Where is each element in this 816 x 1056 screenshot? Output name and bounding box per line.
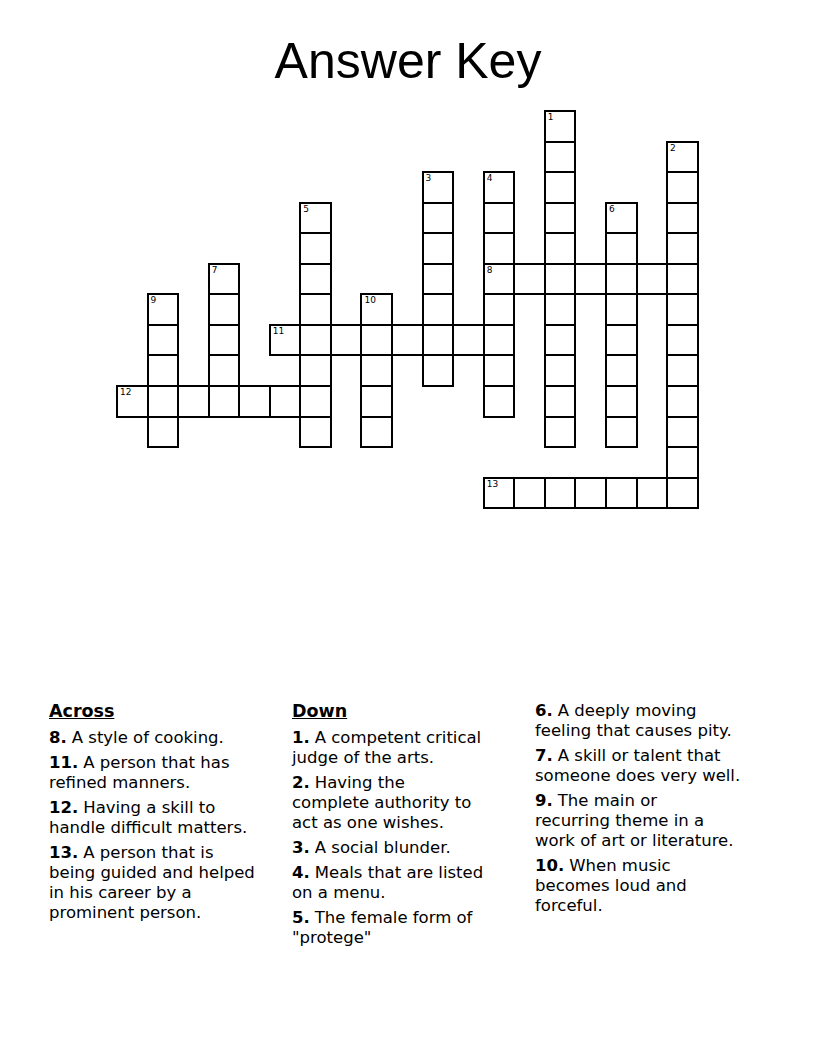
grid-cell[interactable] <box>544 416 577 449</box>
grid-cell[interactable] <box>299 416 332 449</box>
across-clues-column: Across 8.A style of cooking.11.A person … <box>49 701 289 928</box>
grid-cell[interactable]: 3 <box>422 171 455 204</box>
clue-6: 6.A deeply moving feeling that causes pi… <box>535 701 785 741</box>
down-clues-column: Down 1.A competent critical judge of the… <box>292 701 526 953</box>
grid-cell[interactable] <box>483 202 516 235</box>
grid-cell[interactable] <box>605 263 638 296</box>
grid-cell[interactable] <box>544 202 577 235</box>
grid-cell[interactable] <box>208 354 241 387</box>
down-clues-column-continued: 6.A deeply moving feeling that causes pi… <box>535 701 785 921</box>
clue-text: A social blunder. <box>315 838 451 857</box>
clue-3: 3.A social blunder. <box>292 838 526 858</box>
clue-12: 12.Having a skill to handle difficult ma… <box>49 798 289 838</box>
grid-cell[interactable] <box>574 263 607 296</box>
grid-cell[interactable] <box>147 324 180 357</box>
clue-text: A competent critical judge of the arts. <box>292 728 481 767</box>
clue-number: 7 <box>212 265 218 276</box>
clue-number-label: 2. <box>292 773 310 792</box>
grid-cell[interactable] <box>299 232 332 265</box>
clue-number: 12 <box>120 387 131 398</box>
grid-cell[interactable] <box>422 232 455 265</box>
grid-cell[interactable] <box>544 324 577 357</box>
grid-cell[interactable] <box>666 385 699 418</box>
grid-cell[interactable] <box>147 385 180 418</box>
grid-cell[interactable] <box>177 385 210 418</box>
clue-text: The female form of "protege" <box>292 908 472 947</box>
grid-cell[interactable] <box>147 354 180 387</box>
clue-7: 7.A skill or talent that someone does ve… <box>535 746 785 786</box>
clue-number: 9 <box>151 295 157 306</box>
grid-cell[interactable]: 12 <box>116 385 149 418</box>
clue-number-label: 13. <box>49 843 78 862</box>
across-header: Across <box>49 701 289 721</box>
grid-cell[interactable]: 7 <box>208 263 241 296</box>
grid-cell[interactable] <box>483 324 516 357</box>
clue-number-label: 10. <box>535 856 564 875</box>
grid-cell[interactable] <box>513 477 546 510</box>
clue-4: 4.Meals that are listed on a menu. <box>292 863 526 903</box>
grid-cell[interactable] <box>666 324 699 357</box>
grid-cell[interactable] <box>422 354 455 387</box>
grid-cell[interactable] <box>483 385 516 418</box>
grid-cell[interactable] <box>422 263 455 296</box>
grid-cell[interactable] <box>605 477 638 510</box>
grid-cell[interactable] <box>605 385 638 418</box>
grid-cell[interactable] <box>544 141 577 174</box>
clue-8: 8.A style of cooking. <box>49 728 289 748</box>
clue-10: 10.When music becomes loud and forceful. <box>535 856 785 916</box>
grid-cell[interactable] <box>391 324 424 357</box>
clue-9: 9.The main or recurring theme in a work … <box>535 791 785 851</box>
grid-cell[interactable] <box>147 416 180 449</box>
grid-cell[interactable] <box>544 354 577 387</box>
clue-2: 2.Having the complete authority to act a… <box>292 773 526 833</box>
clue-number-label: 5. <box>292 908 310 927</box>
clue-text: Having the complete authority to act as … <box>292 773 471 832</box>
grid-cell[interactable] <box>666 263 699 296</box>
clue-number: 2 <box>670 143 676 154</box>
clue-number-label: 9. <box>535 791 553 810</box>
clue-13: 13.A person that is being guided and hel… <box>49 843 289 923</box>
grid-cell[interactable] <box>605 416 638 449</box>
grid-cell[interactable] <box>422 202 455 235</box>
grid-cell[interactable] <box>666 293 699 326</box>
down-clues-list-continued: 6.A deeply moving feeling that causes pi… <box>535 701 785 916</box>
grid-cell[interactable] <box>544 385 577 418</box>
grid-cell[interactable] <box>544 477 577 510</box>
clue-number: 4 <box>487 173 493 184</box>
grid-cell[interactable] <box>666 202 699 235</box>
grid-cell[interactable]: 11 <box>269 324 302 357</box>
grid-cell[interactable] <box>636 477 669 510</box>
grid-cell[interactable]: 9 <box>147 293 180 326</box>
grid-cell[interactable] <box>360 324 393 357</box>
clue-number-label: 11. <box>49 753 78 772</box>
grid-cell[interactable]: 4 <box>483 171 516 204</box>
clue-number-label: 4. <box>292 863 310 882</box>
clue-text: Having a skill to handle difficult matte… <box>49 798 247 837</box>
clue-text: A skill or talent that someone does very… <box>535 746 740 785</box>
grid-cell[interactable] <box>422 324 455 357</box>
grid-cell[interactable] <box>666 171 699 204</box>
grid-cell[interactable] <box>483 293 516 326</box>
grid-cell[interactable]: 10 <box>360 293 393 326</box>
clue-number: 3 <box>426 173 432 184</box>
clue-text: Meals that are listed on a menu. <box>292 863 483 902</box>
grid-cell[interactable] <box>452 324 485 357</box>
clue-number-label: 3. <box>292 838 310 857</box>
grid-cell[interactable] <box>544 263 577 296</box>
clue-number: 8 <box>487 265 493 276</box>
clue-number: 13 <box>487 479 498 490</box>
clue-number: 10 <box>364 295 375 306</box>
down-header: Down <box>292 701 526 721</box>
grid-cell[interactable] <box>360 354 393 387</box>
grid-cell[interactable] <box>208 293 241 326</box>
grid-cell[interactable] <box>299 385 332 418</box>
grid-cell[interactable] <box>483 232 516 265</box>
clue-number-label: 6. <box>535 701 553 720</box>
grid-cell[interactable]: 1 <box>544 110 577 143</box>
grid-cell[interactable] <box>605 293 638 326</box>
clue-number: 5 <box>303 204 309 215</box>
grid-cell[interactable] <box>299 293 332 326</box>
grid-cell[interactable] <box>483 354 516 387</box>
grid-cell[interactable] <box>360 416 393 449</box>
clue-number-label: 8. <box>49 728 67 747</box>
grid-cell[interactable] <box>544 293 577 326</box>
grid-cell[interactable] <box>299 354 332 387</box>
across-clues-list: 8.A style of cooking.11.A person that ha… <box>49 728 289 923</box>
clue-number-label: 1. <box>292 728 310 747</box>
grid-cell[interactable]: 6 <box>605 202 638 235</box>
grid-cell[interactable] <box>544 171 577 204</box>
grid-cell[interactable] <box>636 263 669 296</box>
grid-cell[interactable] <box>269 385 302 418</box>
grid-cell[interactable] <box>208 324 241 357</box>
grid-cell[interactable] <box>208 385 241 418</box>
clue-number: 6 <box>609 204 615 215</box>
grid-cell[interactable] <box>666 232 699 265</box>
grid-cell[interactable] <box>544 232 577 265</box>
grid-cell[interactable] <box>299 324 332 357</box>
grid-cell[interactable] <box>330 324 363 357</box>
grid-cell[interactable]: 8 <box>483 263 516 296</box>
clue-11: 11.A person that has refined manners. <box>49 753 289 793</box>
grid-cell[interactable] <box>513 263 546 296</box>
grid-cell[interactable] <box>605 324 638 357</box>
grid-cell[interactable] <box>605 354 638 387</box>
clue-number-label: 7. <box>535 746 553 765</box>
grid-cell[interactable] <box>666 477 699 510</box>
grid-cell[interactable] <box>574 477 607 510</box>
grid-cell[interactable]: 2 <box>666 141 699 174</box>
down-clues-list: 1.A competent critical judge of the arts… <box>292 728 526 948</box>
clue-text: A deeply moving feeling that causes pity… <box>535 701 732 740</box>
clue-text: A person that is being guided and helped… <box>49 843 255 922</box>
clue-number: 11 <box>273 326 284 337</box>
grid-cell[interactable]: 13 <box>483 477 516 510</box>
clue-5: 5.The female form of "protege" <box>292 908 526 948</box>
puzzle-page: Answer Key 12345678910111213 Across 8.A … <box>0 0 816 1056</box>
grid-cell[interactable] <box>666 446 699 479</box>
clue-number-label: 12. <box>49 798 78 817</box>
clue-text: The main or recurring theme in a work of… <box>535 791 733 850</box>
grid-cell[interactable] <box>360 385 393 418</box>
clue-1: 1.A competent critical judge of the arts… <box>292 728 526 768</box>
clue-text: A style of cooking. <box>72 728 224 747</box>
clue-number: 1 <box>548 112 554 123</box>
grid-cell[interactable]: 5 <box>299 202 332 235</box>
grid-cell[interactable] <box>299 263 332 296</box>
grid-cell[interactable] <box>238 385 271 418</box>
grid-cell[interactable] <box>422 293 455 326</box>
grid-cell[interactable] <box>666 416 699 449</box>
grid-cell[interactable] <box>605 232 638 265</box>
grid-cell[interactable] <box>666 354 699 387</box>
